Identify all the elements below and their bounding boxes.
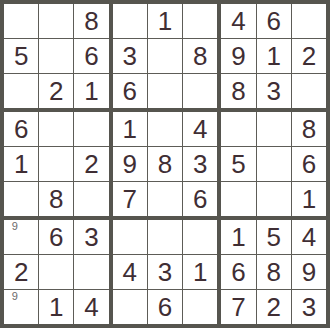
cell-r6c9[interactable]: 1 [292,182,326,216]
digit: 6 [193,186,207,212]
digit: 1 [302,186,316,212]
box-2: 1386 [113,4,218,108]
digit: 6 [14,116,28,142]
digit: 1 [193,259,207,285]
box-8: 4316 [113,220,218,324]
cell-r3c9[interactable] [292,74,326,108]
digit: 2 [266,294,280,320]
cell-r8c1[interactable]: 2 [4,255,38,289]
cell-r3c5[interactable] [148,74,182,108]
box-6: 8561 [221,112,326,216]
digit: 1 [14,151,28,177]
digit: 9 [231,43,245,69]
cell-r4c8[interactable] [257,112,291,146]
digit: 6 [123,78,137,104]
cell-r4c3[interactable] [74,112,108,146]
cell-r9c1[interactable]: 9 [4,290,38,324]
digit: 9 [302,259,316,285]
cell-r9c7[interactable]: 7 [221,290,255,324]
cell-r5c5[interactable]: 8 [148,147,182,181]
cell-r1c3[interactable]: 8 [74,4,108,38]
cell-r4c2[interactable] [39,112,73,146]
digit: 6 [49,224,63,250]
cell-r5c8[interactable] [257,147,291,181]
cell-r4c7[interactable] [221,112,255,146]
cell-r8c7[interactable]: 6 [221,255,255,289]
digit: 6 [158,294,172,320]
digit: 1 [231,224,245,250]
box-1: 85621 [4,4,109,108]
cell-r4c6[interactable]: 4 [183,112,217,146]
cell-r8c8[interactable]: 8 [257,255,291,289]
digit: 4 [123,259,137,285]
digit: 1 [49,294,63,320]
digit: 1 [84,78,98,104]
cell-r1c2[interactable] [39,4,73,38]
digit: 2 [14,259,28,285]
cell-r7c2[interactable]: 6 [39,220,73,254]
cell-r5c9[interactable]: 6 [292,147,326,181]
cell-r2c3[interactable]: 6 [74,39,108,73]
cell-r9c3[interactable]: 4 [74,290,108,324]
cell-r2c1[interactable]: 5 [4,39,38,73]
cell-r7c4[interactable] [113,220,147,254]
cell-r6c5[interactable] [148,182,182,216]
note-digit: 9 [12,291,18,302]
box-3: 4691283 [221,4,326,108]
cell-r9c6[interactable] [183,290,217,324]
cell-r9c4[interactable] [113,290,147,324]
digit: 5 [14,43,28,69]
cell-r9c2[interactable]: 1 [39,290,73,324]
digit: 7 [231,294,245,320]
cell-r2c5[interactable] [148,39,182,73]
box-5: 1498376 [113,112,218,216]
cell-r8c4[interactable]: 4 [113,255,147,289]
digit: 9 [123,151,137,177]
cell-r2c7[interactable]: 9 [221,39,255,73]
cell-r6c3[interactable] [74,182,108,216]
cell-r1c6[interactable] [183,4,217,38]
cell-r3c2[interactable]: 2 [39,74,73,108]
note-digit: 9 [12,221,18,232]
cell-r8c2[interactable] [39,255,73,289]
cell-r2c2[interactable] [39,39,73,73]
digit: 8 [193,43,207,69]
cell-r9c9[interactable]: 3 [292,290,326,324]
cell-r7c3[interactable]: 3 [74,220,108,254]
cell-r6c2[interactable]: 8 [39,182,73,216]
cell-r5c4[interactable]: 9 [113,147,147,181]
cell-r3c3[interactable]: 1 [74,74,108,108]
digit: 8 [84,8,98,34]
cell-r5c6[interactable]: 3 [183,147,217,181]
digit: 6 [231,259,245,285]
digit: 6 [266,8,280,34]
cell-r3c1[interactable] [4,74,38,108]
cell-r2c8[interactable]: 1 [257,39,291,73]
cell-r1c5[interactable]: 1 [148,4,182,38]
cell-r3c7[interactable]: 8 [221,74,255,108]
digit: 3 [193,151,207,177]
digit: 4 [231,8,245,34]
digit: 4 [193,116,207,142]
cell-r6c8[interactable] [257,182,291,216]
box-4: 6128 [4,112,109,216]
cell-r2c6[interactable]: 8 [183,39,217,73]
cell-r2c9[interactable]: 2 [292,39,326,73]
cell-r3c4[interactable]: 6 [113,74,147,108]
cell-r9c5[interactable]: 6 [148,290,182,324]
cell-r6c7[interactable] [221,182,255,216]
box-7: 9632914 [4,220,109,324]
cell-r1c4[interactable] [113,4,147,38]
digit: 4 [84,294,98,320]
digit: 8 [49,186,63,212]
cell-r2c4[interactable]: 3 [113,39,147,73]
digit: 3 [84,224,98,250]
cell-r5c3[interactable]: 2 [74,147,108,181]
digit: 1 [266,43,280,69]
digit: 8 [158,151,172,177]
digit: 5 [266,224,280,250]
digit: 6 [302,151,316,177]
digit: 7 [123,186,137,212]
digit: 8 [231,78,245,104]
cell-r7c7[interactable]: 1 [221,220,255,254]
digit: 6 [84,43,98,69]
cell-r4c5[interactable] [148,112,182,146]
cell-r8c3[interactable] [74,255,108,289]
cell-r4c4[interactable]: 1 [113,112,147,146]
cell-r4c9[interactable]: 8 [292,112,326,146]
cell-r6c4[interactable]: 7 [113,182,147,216]
digit: 3 [266,78,280,104]
digit: 1 [158,8,172,34]
cell-r7c9[interactable]: 4 [292,220,326,254]
cell-r8c9[interactable]: 9 [292,255,326,289]
cell-r6c6[interactable]: 6 [183,182,217,216]
cell-r3c6[interactable] [183,74,217,108]
digit: 1 [123,116,137,142]
cell-r7c8[interactable]: 5 [257,220,291,254]
cell-r5c2[interactable] [39,147,73,181]
digit: 8 [266,259,280,285]
digit: 8 [302,116,316,142]
cell-r5c7[interactable]: 5 [221,147,255,181]
sudoku-board: 8562113864691283612814983768561963291443… [0,0,330,328]
cell-r6c1[interactable] [4,182,38,216]
cell-r1c7[interactable]: 4 [221,4,255,38]
box-9: 154689723 [221,220,326,324]
cell-r7c6[interactable] [183,220,217,254]
cell-r1c1[interactable] [4,4,38,38]
digit: 3 [302,294,316,320]
digit: 3 [123,43,137,69]
digit: 2 [84,151,98,177]
cell-r8c5[interactable]: 3 [148,255,182,289]
cell-r8c6[interactable]: 1 [183,255,217,289]
cell-r1c8[interactable]: 6 [257,4,291,38]
digit: 2 [302,43,316,69]
cell-r1c9[interactable] [292,4,326,38]
digit: 5 [231,151,245,177]
cell-r7c5[interactable] [148,220,182,254]
cell-r3c8[interactable]: 3 [257,74,291,108]
cell-r9c8[interactable]: 2 [257,290,291,324]
digit: 2 [49,78,63,104]
cell-r4c1[interactable]: 6 [4,112,38,146]
cell-r5c1[interactable]: 1 [4,147,38,181]
digit: 4 [302,224,316,250]
digit: 3 [158,259,172,285]
cell-r7c1[interactable]: 9 [4,220,38,254]
